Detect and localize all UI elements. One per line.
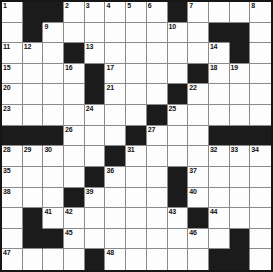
clue-number: 27 bbox=[148, 126, 155, 134]
white-cell[interactable] bbox=[105, 126, 126, 147]
clue-number: 31 bbox=[127, 146, 134, 154]
white-cell[interactable]: 32 bbox=[209, 146, 230, 167]
white-cell[interactable]: 41 bbox=[43, 208, 64, 229]
black-cell bbox=[85, 167, 106, 188]
white-cell[interactable] bbox=[105, 105, 126, 126]
white-cell[interactable]: 18 bbox=[209, 64, 230, 85]
clue-number: 39 bbox=[86, 188, 93, 196]
clue-number: 3 bbox=[86, 2, 90, 10]
black-cell bbox=[168, 167, 189, 188]
white-cell[interactable] bbox=[105, 43, 126, 64]
clue-number: 33 bbox=[231, 146, 238, 154]
white-cell[interactable] bbox=[250, 43, 271, 64]
white-cell[interactable] bbox=[43, 84, 64, 105]
clue-number: 20 bbox=[3, 84, 10, 92]
white-cell[interactable] bbox=[43, 105, 64, 126]
black-cell bbox=[250, 126, 271, 147]
white-cell[interactable] bbox=[43, 249, 64, 270]
clue-number: 4 bbox=[106, 2, 110, 10]
clue-number: 19 bbox=[231, 64, 238, 72]
white-cell[interactable] bbox=[43, 167, 64, 188]
white-cell[interactable]: 2 bbox=[64, 2, 85, 23]
clue-number: 30 bbox=[44, 146, 51, 154]
white-cell[interactable]: 28 bbox=[2, 146, 23, 167]
white-cell[interactable] bbox=[209, 84, 230, 105]
white-cell[interactable]: 4 bbox=[105, 2, 126, 23]
white-cell[interactable] bbox=[43, 43, 64, 64]
clue-number: 43 bbox=[169, 208, 176, 216]
white-cell[interactable] bbox=[209, 229, 230, 250]
white-cell[interactable] bbox=[126, 43, 147, 64]
black-cell bbox=[230, 126, 251, 147]
white-cell[interactable] bbox=[230, 208, 251, 229]
white-cell[interactable] bbox=[126, 167, 147, 188]
white-cell[interactable] bbox=[250, 84, 271, 105]
clue-number: 1 bbox=[3, 2, 7, 10]
white-cell[interactable] bbox=[126, 23, 147, 44]
black-cell bbox=[85, 84, 106, 105]
white-cell[interactable] bbox=[23, 188, 44, 209]
white-cell[interactable] bbox=[188, 249, 209, 270]
white-cell[interactable] bbox=[126, 249, 147, 270]
black-cell bbox=[2, 126, 23, 147]
clue-number: 15 bbox=[3, 64, 10, 72]
white-cell[interactable] bbox=[64, 23, 85, 44]
white-cell[interactable]: 12 bbox=[23, 43, 44, 64]
white-cell[interactable]: 26 bbox=[64, 126, 85, 147]
clue-number: 40 bbox=[189, 188, 196, 196]
white-cell[interactable] bbox=[23, 167, 44, 188]
white-cell[interactable]: 35 bbox=[2, 167, 23, 188]
white-cell[interactable] bbox=[209, 105, 230, 126]
white-cell[interactable] bbox=[147, 43, 168, 64]
white-cell[interactable] bbox=[64, 167, 85, 188]
white-cell[interactable] bbox=[85, 126, 106, 147]
white-cell[interactable] bbox=[147, 23, 168, 44]
white-cell[interactable] bbox=[64, 146, 85, 167]
white-cell[interactable]: 36 bbox=[105, 167, 126, 188]
white-cell[interactable]: 16 bbox=[64, 64, 85, 85]
white-cell[interactable] bbox=[250, 167, 271, 188]
white-cell[interactable]: 3 bbox=[85, 2, 106, 23]
white-cell[interactable] bbox=[126, 84, 147, 105]
black-cell bbox=[209, 249, 230, 270]
black-cell bbox=[23, 2, 44, 23]
black-cell bbox=[209, 126, 230, 147]
clue-number: 16 bbox=[65, 64, 72, 72]
black-cell bbox=[43, 229, 64, 250]
white-cell[interactable]: 6 bbox=[147, 2, 168, 23]
clue-number: 10 bbox=[169, 23, 176, 31]
clue-number: 8 bbox=[251, 2, 255, 10]
white-cell[interactable]: 37 bbox=[188, 167, 209, 188]
white-cell[interactable] bbox=[2, 229, 23, 250]
white-cell[interactable]: 31 bbox=[126, 146, 147, 167]
white-cell[interactable] bbox=[126, 208, 147, 229]
white-cell[interactable]: 9 bbox=[43, 23, 64, 44]
white-cell[interactable] bbox=[230, 167, 251, 188]
white-cell[interactable]: 21 bbox=[105, 84, 126, 105]
white-cell[interactable] bbox=[126, 229, 147, 250]
white-cell[interactable] bbox=[2, 23, 23, 44]
white-cell[interactable]: 45 bbox=[64, 229, 85, 250]
clue-number: 37 bbox=[189, 167, 196, 175]
white-cell[interactable] bbox=[126, 64, 147, 85]
white-cell[interactable] bbox=[43, 64, 64, 85]
white-cell[interactable] bbox=[126, 188, 147, 209]
clue-number: 14 bbox=[210, 43, 217, 51]
black-cell bbox=[230, 249, 251, 270]
white-cell[interactable] bbox=[85, 229, 106, 250]
white-cell[interactable] bbox=[188, 126, 209, 147]
white-cell[interactable]: 10 bbox=[168, 23, 189, 44]
clue-number: 23 bbox=[3, 105, 10, 113]
white-cell[interactable] bbox=[230, 188, 251, 209]
white-cell[interactable]: 24 bbox=[85, 105, 106, 126]
white-cell[interactable] bbox=[209, 188, 230, 209]
white-cell[interactable] bbox=[64, 249, 85, 270]
white-cell[interactable]: 43 bbox=[168, 208, 189, 229]
clue-number: 17 bbox=[106, 64, 113, 72]
white-cell[interactable] bbox=[168, 126, 189, 147]
clue-number: 35 bbox=[3, 167, 10, 175]
black-cell bbox=[209, 23, 230, 44]
black-cell bbox=[85, 249, 106, 270]
clue-number: 13 bbox=[86, 43, 93, 51]
clue-number: 9 bbox=[44, 23, 48, 31]
white-cell[interactable] bbox=[23, 84, 44, 105]
white-cell[interactable]: 1 bbox=[2, 2, 23, 23]
white-cell[interactable]: 38 bbox=[2, 188, 23, 209]
white-cell[interactable] bbox=[147, 146, 168, 167]
white-cell[interactable] bbox=[230, 84, 251, 105]
black-cell bbox=[147, 105, 168, 126]
black-cell bbox=[168, 2, 189, 23]
black-cell bbox=[23, 126, 44, 147]
clue-number: 21 bbox=[106, 84, 113, 92]
clue-number: 22 bbox=[189, 84, 196, 92]
white-cell[interactable] bbox=[147, 188, 168, 209]
white-cell[interactable] bbox=[105, 188, 126, 209]
clue-number: 29 bbox=[24, 146, 31, 154]
white-cell[interactable] bbox=[85, 23, 106, 44]
white-cell[interactable] bbox=[250, 249, 271, 270]
white-cell[interactable] bbox=[126, 105, 147, 126]
white-cell[interactable]: 48 bbox=[105, 249, 126, 270]
clue-number: 47 bbox=[3, 249, 10, 257]
white-cell[interactable] bbox=[230, 105, 251, 126]
white-cell[interactable] bbox=[209, 167, 230, 188]
white-cell[interactable] bbox=[147, 249, 168, 270]
white-cell[interactable] bbox=[250, 208, 271, 229]
white-cell[interactable] bbox=[147, 84, 168, 105]
clue-number: 5 bbox=[127, 2, 131, 10]
white-cell[interactable] bbox=[147, 64, 168, 85]
clue-number: 12 bbox=[24, 43, 31, 51]
white-cell[interactable] bbox=[168, 229, 189, 250]
white-cell[interactable] bbox=[64, 84, 85, 105]
white-cell[interactable] bbox=[105, 208, 126, 229]
black-cell bbox=[230, 229, 251, 250]
white-cell[interactable] bbox=[23, 64, 44, 85]
white-cell[interactable]: 11 bbox=[2, 43, 23, 64]
clue-number: 44 bbox=[210, 208, 217, 216]
white-cell[interactable] bbox=[188, 23, 209, 44]
white-cell[interactable] bbox=[2, 208, 23, 229]
clue-number: 42 bbox=[65, 208, 72, 216]
black-cell bbox=[85, 64, 106, 85]
white-cell[interactable]: 22 bbox=[188, 84, 209, 105]
white-cell[interactable] bbox=[147, 229, 168, 250]
clue-number: 32 bbox=[210, 146, 217, 154]
white-cell[interactable] bbox=[168, 64, 189, 85]
white-cell[interactable]: 19 bbox=[230, 64, 251, 85]
white-cell[interactable] bbox=[85, 208, 106, 229]
white-cell[interactable]: 30 bbox=[43, 146, 64, 167]
black-cell bbox=[64, 43, 85, 64]
white-cell[interactable]: 33 bbox=[230, 146, 251, 167]
clue-number: 46 bbox=[189, 229, 196, 237]
white-cell[interactable]: 47 bbox=[2, 249, 23, 270]
white-cell[interactable]: 7 bbox=[188, 2, 209, 23]
black-cell bbox=[23, 23, 44, 44]
clue-number: 25 bbox=[169, 105, 176, 113]
black-cell bbox=[43, 2, 64, 23]
white-cell[interactable]: 44 bbox=[209, 208, 230, 229]
white-cell[interactable]: 34 bbox=[250, 146, 271, 167]
black-cell bbox=[64, 188, 85, 209]
clue-number: 26 bbox=[65, 126, 72, 134]
white-cell[interactable]: 17 bbox=[105, 64, 126, 85]
black-cell bbox=[188, 64, 209, 85]
white-cell[interactable] bbox=[188, 105, 209, 126]
white-cell[interactable]: 13 bbox=[85, 43, 106, 64]
white-cell[interactable] bbox=[105, 23, 126, 44]
white-cell[interactable] bbox=[23, 105, 44, 126]
white-cell[interactable]: 46 bbox=[188, 229, 209, 250]
white-cell[interactable] bbox=[188, 146, 209, 167]
black-cell bbox=[43, 126, 64, 147]
white-cell[interactable] bbox=[209, 2, 230, 23]
clue-number: 48 bbox=[106, 249, 113, 257]
white-cell[interactable] bbox=[250, 229, 271, 250]
black-cell bbox=[230, 43, 251, 64]
clue-number: 45 bbox=[65, 229, 72, 237]
black-cell bbox=[23, 208, 44, 229]
clue-number: 2 bbox=[65, 2, 69, 10]
clue-number: 18 bbox=[210, 64, 217, 72]
white-cell[interactable]: 23 bbox=[2, 105, 23, 126]
clue-number: 6 bbox=[148, 2, 152, 10]
white-cell[interactable] bbox=[147, 167, 168, 188]
black-cell bbox=[188, 208, 209, 229]
white-cell[interactable] bbox=[250, 64, 271, 85]
white-cell[interactable] bbox=[168, 249, 189, 270]
black-cell bbox=[168, 84, 189, 105]
white-cell[interactable] bbox=[64, 105, 85, 126]
clue-number: 41 bbox=[44, 208, 51, 216]
clue-number: 38 bbox=[3, 188, 10, 196]
white-cell[interactable] bbox=[105, 229, 126, 250]
white-cell[interactable] bbox=[188, 43, 209, 64]
black-cell bbox=[23, 229, 44, 250]
white-cell[interactable]: 40 bbox=[188, 188, 209, 209]
white-cell[interactable]: 25 bbox=[168, 105, 189, 126]
white-cell[interactable] bbox=[250, 188, 271, 209]
clue-number: 11 bbox=[3, 43, 10, 51]
white-cell[interactable] bbox=[147, 208, 168, 229]
clue-number: 34 bbox=[251, 146, 258, 154]
white-cell[interactable] bbox=[168, 43, 189, 64]
white-cell[interactable]: 42 bbox=[64, 208, 85, 229]
black-cell bbox=[168, 188, 189, 209]
white-cell[interactable]: 14 bbox=[209, 43, 230, 64]
white-cell[interactable]: 29 bbox=[23, 146, 44, 167]
white-cell[interactable]: 8 bbox=[250, 2, 271, 23]
white-cell[interactable] bbox=[250, 105, 271, 126]
crossword-board: 1234567891011121314151617181920212223242… bbox=[0, 0, 273, 272]
white-cell[interactable]: 20 bbox=[2, 84, 23, 105]
black-cell bbox=[126, 126, 147, 147]
black-cell bbox=[105, 146, 126, 167]
white-cell[interactable] bbox=[168, 146, 189, 167]
white-cell[interactable] bbox=[23, 249, 44, 270]
white-cell[interactable] bbox=[43, 188, 64, 209]
black-cell bbox=[230, 23, 251, 44]
clue-number: 36 bbox=[106, 167, 113, 175]
white-cell[interactable] bbox=[250, 23, 271, 44]
clue-number: 7 bbox=[189, 2, 193, 10]
white-cell[interactable] bbox=[230, 2, 251, 23]
clue-number: 24 bbox=[86, 105, 93, 113]
white-cell[interactable]: 39 bbox=[85, 188, 106, 209]
clue-number: 28 bbox=[3, 146, 10, 154]
white-cell[interactable] bbox=[85, 146, 106, 167]
white-cell[interactable]: 27 bbox=[147, 126, 168, 147]
white-cell[interactable]: 5 bbox=[126, 2, 147, 23]
white-cell[interactable]: 15 bbox=[2, 64, 23, 85]
